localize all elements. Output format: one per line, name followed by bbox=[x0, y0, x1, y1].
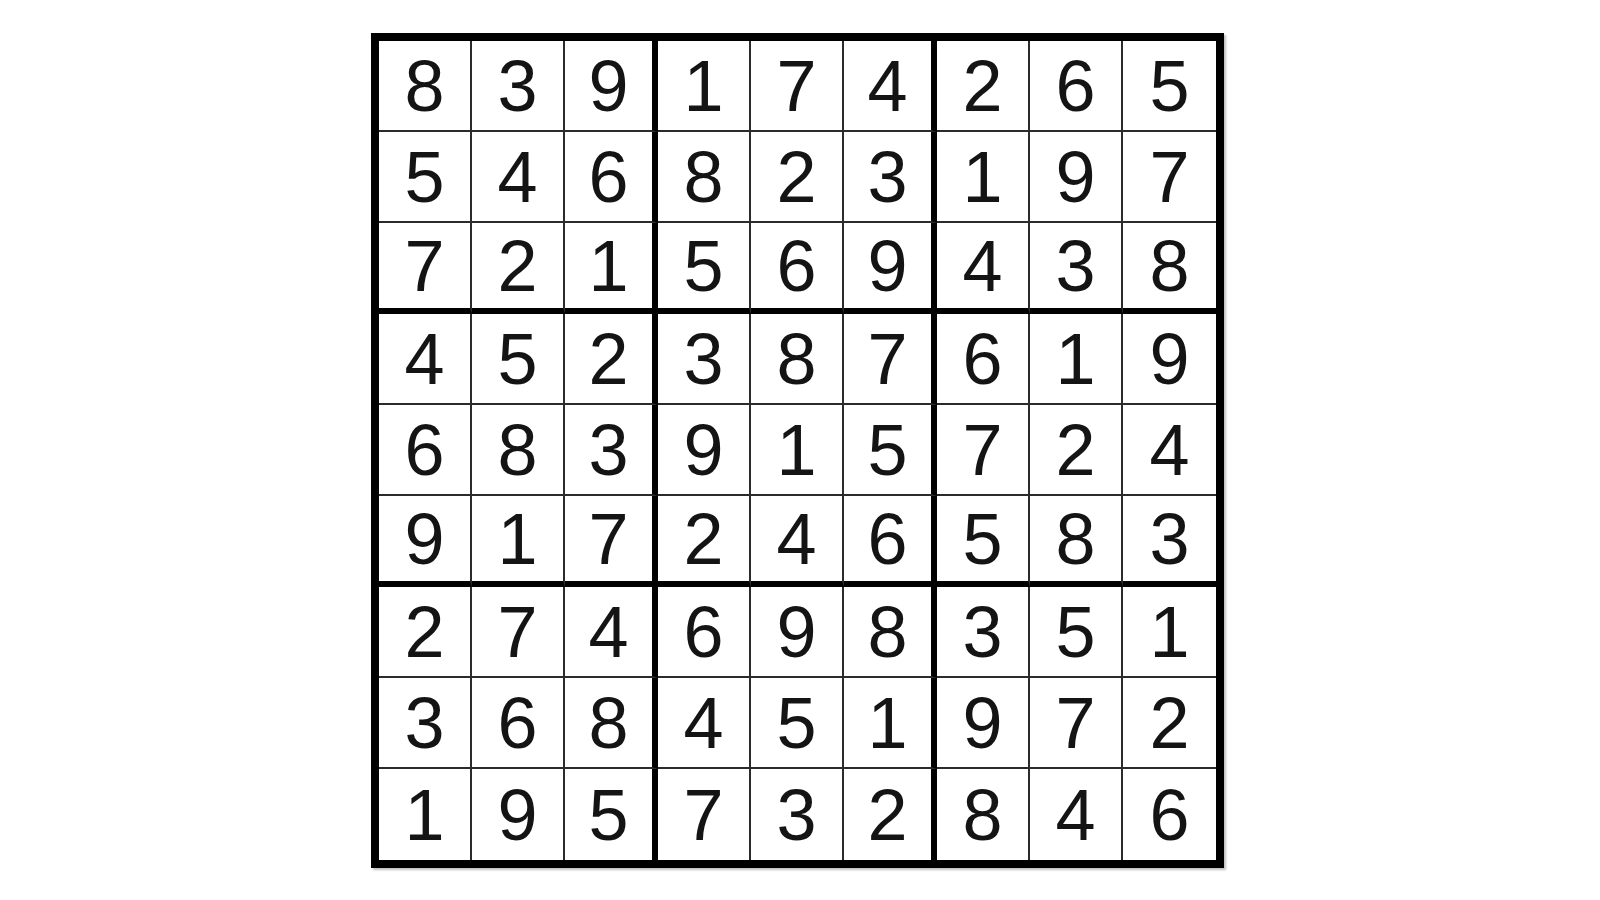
cell-r2c9[interactable]: 7 bbox=[1123, 132, 1216, 223]
cell-r6c6[interactable]: 6 bbox=[844, 496, 937, 587]
cell-r6c3[interactable]: 7 bbox=[565, 496, 658, 587]
cell-r3c2[interactable]: 2 bbox=[472, 223, 565, 314]
cell-r6c8[interactable]: 8 bbox=[1030, 496, 1123, 587]
cell-r3c1[interactable]: 7 bbox=[379, 223, 472, 314]
cell-r5c4[interactable]: 9 bbox=[658, 405, 751, 496]
cell-r7c6[interactable]: 8 bbox=[844, 587, 937, 678]
cell-r8c3[interactable]: 8 bbox=[565, 678, 658, 769]
cell-r5c5[interactable]: 1 bbox=[751, 405, 844, 496]
cell-r3c5[interactable]: 6 bbox=[751, 223, 844, 314]
cell-r4c8[interactable]: 1 bbox=[1030, 314, 1123, 405]
cell-r7c5[interactable]: 9 bbox=[751, 587, 844, 678]
cell-r7c9[interactable]: 1 bbox=[1123, 587, 1216, 678]
cell-r2c5[interactable]: 2 bbox=[751, 132, 844, 223]
cell-r7c8[interactable]: 5 bbox=[1030, 587, 1123, 678]
cell-r5c7[interactable]: 7 bbox=[937, 405, 1030, 496]
cell-r1c7[interactable]: 2 bbox=[937, 41, 1030, 132]
cell-r4c7[interactable]: 6 bbox=[937, 314, 1030, 405]
cell-r2c1[interactable]: 5 bbox=[379, 132, 472, 223]
cell-r2c7[interactable]: 1 bbox=[937, 132, 1030, 223]
cell-r8c2[interactable]: 6 bbox=[472, 678, 565, 769]
cell-r4c2[interactable]: 5 bbox=[472, 314, 565, 405]
cell-r5c1[interactable]: 6 bbox=[379, 405, 472, 496]
cell-r9c3[interactable]: 5 bbox=[565, 769, 658, 860]
cell-r6c2[interactable]: 1 bbox=[472, 496, 565, 587]
cell-r1c8[interactable]: 6 bbox=[1030, 41, 1123, 132]
cell-r2c6[interactable]: 3 bbox=[844, 132, 937, 223]
cell-r2c4[interactable]: 8 bbox=[658, 132, 751, 223]
cell-r6c9[interactable]: 3 bbox=[1123, 496, 1216, 587]
cell-r6c4[interactable]: 2 bbox=[658, 496, 751, 587]
cell-r6c5[interactable]: 4 bbox=[751, 496, 844, 587]
cell-r5c3[interactable]: 3 bbox=[565, 405, 658, 496]
sudoku-board: 8391742655468231977215694384523876196839… bbox=[371, 33, 1224, 868]
cell-r1c4[interactable]: 1 bbox=[658, 41, 751, 132]
cell-r8c6[interactable]: 1 bbox=[844, 678, 937, 769]
cell-r9c5[interactable]: 3 bbox=[751, 769, 844, 860]
cell-r8c1[interactable]: 3 bbox=[379, 678, 472, 769]
cell-r8c8[interactable]: 7 bbox=[1030, 678, 1123, 769]
cell-r3c4[interactable]: 5 bbox=[658, 223, 751, 314]
cell-r9c2[interactable]: 9 bbox=[472, 769, 565, 860]
cell-r5c8[interactable]: 2 bbox=[1030, 405, 1123, 496]
cell-r2c8[interactable]: 9 bbox=[1030, 132, 1123, 223]
cell-r3c9[interactable]: 8 bbox=[1123, 223, 1216, 314]
cell-r1c6[interactable]: 4 bbox=[844, 41, 937, 132]
cell-r8c4[interactable]: 4 bbox=[658, 678, 751, 769]
cell-r2c3[interactable]: 6 bbox=[565, 132, 658, 223]
cell-r1c5[interactable]: 7 bbox=[751, 41, 844, 132]
cell-r8c9[interactable]: 2 bbox=[1123, 678, 1216, 769]
cell-r9c8[interactable]: 4 bbox=[1030, 769, 1123, 860]
cell-r4c5[interactable]: 8 bbox=[751, 314, 844, 405]
cell-r7c2[interactable]: 7 bbox=[472, 587, 565, 678]
cell-r7c7[interactable]: 3 bbox=[937, 587, 1030, 678]
cell-r4c6[interactable]: 7 bbox=[844, 314, 937, 405]
cell-r1c1[interactable]: 8 bbox=[379, 41, 472, 132]
cell-r9c1[interactable]: 1 bbox=[379, 769, 472, 860]
cell-r9c9[interactable]: 6 bbox=[1123, 769, 1216, 860]
cell-r6c7[interactable]: 5 bbox=[937, 496, 1030, 587]
cell-r5c6[interactable]: 5 bbox=[844, 405, 937, 496]
cell-r1c3[interactable]: 9 bbox=[565, 41, 658, 132]
cell-r5c2[interactable]: 8 bbox=[472, 405, 565, 496]
cell-r8c5[interactable]: 5 bbox=[751, 678, 844, 769]
cell-r2c2[interactable]: 4 bbox=[472, 132, 565, 223]
cell-r1c9[interactable]: 5 bbox=[1123, 41, 1216, 132]
cell-r3c3[interactable]: 1 bbox=[565, 223, 658, 314]
cell-r3c7[interactable]: 4 bbox=[937, 223, 1030, 314]
cell-r4c9[interactable]: 9 bbox=[1123, 314, 1216, 405]
cell-r3c8[interactable]: 3 bbox=[1030, 223, 1123, 314]
cell-r8c7[interactable]: 9 bbox=[937, 678, 1030, 769]
cell-r7c4[interactable]: 6 bbox=[658, 587, 751, 678]
cell-r4c1[interactable]: 4 bbox=[379, 314, 472, 405]
cell-r7c3[interactable]: 4 bbox=[565, 587, 658, 678]
cell-r3c6[interactable]: 9 bbox=[844, 223, 937, 314]
cell-r4c3[interactable]: 2 bbox=[565, 314, 658, 405]
cell-r9c6[interactable]: 2 bbox=[844, 769, 937, 860]
page-background: { "game": "sudoku", "state": "solved", "… bbox=[0, 0, 1600, 900]
cell-r1c2[interactable]: 3 bbox=[472, 41, 565, 132]
cell-r6c1[interactable]: 9 bbox=[379, 496, 472, 587]
cell-r7c1[interactable]: 2 bbox=[379, 587, 472, 678]
cell-r5c9[interactable]: 4 bbox=[1123, 405, 1216, 496]
cell-r9c7[interactable]: 8 bbox=[937, 769, 1030, 860]
cell-r4c4[interactable]: 3 bbox=[658, 314, 751, 405]
cell-r9c4[interactable]: 7 bbox=[658, 769, 751, 860]
